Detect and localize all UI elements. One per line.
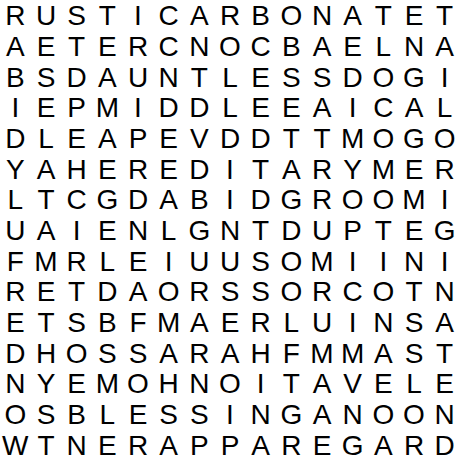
grid-cell[interactable]: D [123,184,154,215]
grid-cell[interactable]: O [368,399,399,430]
grid-cell[interactable]: D [0,123,31,154]
grid-cell[interactable]: I [429,184,460,215]
grid-cell[interactable]: R [184,276,215,307]
grid-cell[interactable]: T [184,61,215,92]
grid-cell[interactable]: E [399,153,430,184]
grid-cell[interactable]: D [92,276,123,307]
grid-cell[interactable]: M [337,337,368,368]
grid-cell[interactable]: R [123,153,154,184]
grid-cell[interactable]: D [215,123,246,154]
grid-cell[interactable]: T [245,215,276,246]
grid-cell[interactable]: G [337,429,368,460]
grid-cell[interactable]: I [0,92,31,123]
grid-cell[interactable]: A [184,307,215,338]
grid-cell[interactable]: R [307,153,338,184]
grid-cell[interactable]: I [215,153,246,184]
grid-cell[interactable]: M [92,92,123,123]
grid-cell[interactable]: I [153,245,184,276]
grid-cell[interactable]: A [368,337,399,368]
grid-cell[interactable]: R [123,429,154,460]
grid-cell[interactable]: T [276,123,307,154]
grid-cell[interactable]: E [153,123,184,154]
grid-cell[interactable]: D [184,153,215,184]
grid-cell[interactable]: B [92,307,123,338]
grid-cell[interactable]: V [184,123,215,154]
grid-cell[interactable]: S [123,337,154,368]
grid-cell[interactable]: I [368,245,399,276]
grid-cell[interactable]: A [429,31,460,62]
grid-cell[interactable]: O [153,276,184,307]
grid-cell[interactable]: G [184,215,215,246]
grid-cell[interactable]: N [184,31,215,62]
grid-cell[interactable]: L [368,31,399,62]
grid-cell[interactable]: O [368,276,399,307]
grid-cell[interactable]: T [368,215,399,246]
grid-cell[interactable]: G [429,215,460,246]
grid-cell[interactable]: L [153,215,184,246]
grid-cell[interactable]: E [245,92,276,123]
grid-cell[interactable]: N [184,368,215,399]
grid-cell[interactable]: L [92,245,123,276]
grid-cell[interactable]: B [184,184,215,215]
grid-cell[interactable]: M [31,245,62,276]
grid-cell[interactable]: L [31,123,62,154]
grid-cell[interactable]: G [276,399,307,430]
grid-cell[interactable]: C [337,276,368,307]
grid-cell[interactable]: I [215,184,246,215]
grid-cell[interactable]: N [153,61,184,92]
grid-cell[interactable]: N [399,245,430,276]
grid-cell[interactable]: O [0,399,31,430]
grid-cell[interactable]: D [153,92,184,123]
grid-cell[interactable]: T [429,0,460,31]
grid-cell[interactable]: A [429,307,460,338]
grid-cell[interactable]: E [276,92,307,123]
grid-cell[interactable]: T [31,429,62,460]
grid-cell[interactable]: O [368,61,399,92]
grid-cell[interactable]: T [307,123,338,154]
grid-cell[interactable]: S [31,61,62,92]
grid-cell[interactable]: H [245,337,276,368]
grid-cell[interactable]: R [276,429,307,460]
grid-cell[interactable]: T [399,276,430,307]
grid-cell[interactable]: A [123,276,154,307]
grid-cell[interactable]: S [92,337,123,368]
grid-cell[interactable]: Y [0,153,31,184]
grid-cell[interactable]: E [245,61,276,92]
grid-cell[interactable]: S [399,337,430,368]
grid-cell[interactable]: E [215,307,246,338]
grid-cell[interactable]: A [0,31,31,62]
grid-cell[interactable]: N [399,31,430,62]
grid-cell[interactable]: C [368,92,399,123]
grid-cell[interactable]: A [153,337,184,368]
grid-cell[interactable]: H [31,337,62,368]
grid-cell[interactable]: U [123,61,154,92]
grid-cell[interactable]: R [307,276,338,307]
grid-cell[interactable]: S [276,61,307,92]
grid-cell[interactable]: V [337,368,368,399]
grid-cell[interactable]: E [153,153,184,184]
grid-cell[interactable]: L [215,61,246,92]
grid-cell[interactable]: P [184,429,215,460]
grid-cell[interactable]: E [429,368,460,399]
grid-cell[interactable]: E [31,276,62,307]
grid-cell[interactable]: N [429,276,460,307]
grid-cell[interactable]: O [123,368,154,399]
grid-cell[interactable]: T [61,276,92,307]
grid-cell[interactable]: R [0,276,31,307]
grid-cell[interactable]: O [215,31,246,62]
grid-cell[interactable]: T [368,0,399,31]
grid-cell[interactable]: E [337,31,368,62]
grid-cell[interactable]: N [337,399,368,430]
grid-cell[interactable]: D [184,92,215,123]
grid-cell[interactable]: R [215,0,246,31]
grid-cell[interactable]: O [276,0,307,31]
grid-cell[interactable]: T [31,184,62,215]
grid-cell[interactable]: A [92,123,123,154]
grid-cell[interactable]: T [245,153,276,184]
grid-cell[interactable]: D [61,61,92,92]
grid-cell[interactable]: R [307,184,338,215]
grid-cell[interactable]: F [276,337,307,368]
grid-cell[interactable]: H [61,153,92,184]
grid-cell[interactable]: T [276,368,307,399]
grid-cell[interactable]: A [307,31,338,62]
grid-cell[interactable]: N [368,307,399,338]
grid-cell[interactable]: N [0,368,31,399]
grid-cell[interactable]: A [31,153,62,184]
grid-cell[interactable]: S [245,245,276,276]
grid-cell[interactable]: D [276,215,307,246]
grid-cell[interactable]: L [399,368,430,399]
grid-cell[interactable]: D [337,61,368,92]
grid-cell[interactable]: M [399,184,430,215]
grid-cell[interactable]: I [215,399,246,430]
grid-cell[interactable]: S [307,61,338,92]
grid-cell[interactable]: E [92,429,123,460]
grid-cell[interactable]: L [429,92,460,123]
grid-cell[interactable]: S [61,307,92,338]
grid-cell[interactable]: G [399,61,430,92]
grid-cell[interactable]: A [153,184,184,215]
grid-cell[interactable]: M [153,307,184,338]
grid-cell[interactable]: E [31,31,62,62]
grid-cell[interactable]: B [245,0,276,31]
grid-cell[interactable]: A [307,368,338,399]
grid-cell[interactable]: O [276,245,307,276]
grid-cell[interactable]: D [0,337,31,368]
grid-cell[interactable]: I [61,215,92,246]
grid-cell[interactable]: I [337,92,368,123]
grid-cell[interactable]: P [337,215,368,246]
grid-cell[interactable]: M [92,368,123,399]
grid-cell[interactable]: B [276,31,307,62]
grid-cell[interactable]: C [153,0,184,31]
grid-cell[interactable]: E [61,123,92,154]
grid-cell[interactable]: E [0,307,31,338]
grid-cell[interactable]: M [337,123,368,154]
grid-cell[interactable]: S [61,0,92,31]
grid-cell[interactable]: U [307,307,338,338]
grid-cell[interactable]: N [61,429,92,460]
grid-cell[interactable]: C [245,31,276,62]
grid-cell[interactable]: A [245,429,276,460]
grid-cell[interactable]: I [123,92,154,123]
grid-cell[interactable]: N [307,0,338,31]
grid-cell[interactable]: M [307,245,338,276]
grid-cell[interactable]: T [429,337,460,368]
grid-cell[interactable]: E [399,0,430,31]
grid-cell[interactable]: H [153,368,184,399]
grid-cell[interactable]: N [123,215,154,246]
grid-cell[interactable]: E [123,399,154,430]
grid-cell[interactable]: U [0,215,31,246]
grid-cell[interactable]: I [429,61,460,92]
grid-cell[interactable]: O [276,276,307,307]
grid-cell[interactable]: A [215,337,246,368]
grid-cell[interactable]: U [215,245,246,276]
grid-cell[interactable]: L [92,399,123,430]
grid-cell[interactable]: E [92,215,123,246]
grid-cell[interactable]: E [123,245,154,276]
grid-cell[interactable]: A [337,0,368,31]
grid-cell[interactable]: I [123,0,154,31]
grid-cell[interactable]: R [61,245,92,276]
grid-cell[interactable]: L [215,92,246,123]
grid-cell[interactable]: A [153,429,184,460]
grid-cell[interactable]: G [276,184,307,215]
grid-cell[interactable]: D [429,429,460,460]
word-search-board: RUSTICARBONATETAETERCNOCBAELNABSDAUNTLES… [0,0,460,460]
grid-cell[interactable]: R [429,153,460,184]
grid-cell[interactable]: O [399,399,430,430]
grid-cell[interactable]: E [61,368,92,399]
grid-cell[interactable]: R [184,337,215,368]
grid-cell[interactable]: E [92,31,123,62]
grid-cell[interactable]: N [429,399,460,430]
grid-cell[interactable]: O [368,184,399,215]
grid-cell[interactable]: E [31,92,62,123]
grid-cell[interactable]: R [245,307,276,338]
grid-cell[interactable]: B [0,61,31,92]
grid-cell[interactable]: U [31,0,62,31]
grid-cell[interactable]: O [368,123,399,154]
grid-cell[interactable]: B [61,399,92,430]
grid-cell[interactable]: W [0,429,31,460]
grid-cell[interactable]: O [337,184,368,215]
grid-cell[interactable]: P [123,123,154,154]
grid-cell[interactable]: P [215,429,246,460]
grid-cell[interactable]: O [61,337,92,368]
grid-cell[interactable]: O [215,368,246,399]
grid-cell[interactable]: U [307,215,338,246]
grid-cell[interactable]: R [123,31,154,62]
grid-cell[interactable]: D [245,123,276,154]
grid-cell[interactable]: A [92,61,123,92]
grid-cell[interactable]: T [92,0,123,31]
grid-cell[interactable]: C [61,184,92,215]
grid-cell[interactable]: L [0,184,31,215]
grid-cell[interactable]: S [399,307,430,338]
grid-cell[interactable]: R [0,0,31,31]
grid-cell[interactable]: P [61,92,92,123]
grid-cell[interactable]: S [245,276,276,307]
grid-cell[interactable]: A [307,92,338,123]
grid-cell[interactable]: F [0,245,31,276]
grid-cell[interactable]: G [92,184,123,215]
grid-cell[interactable]: R [399,429,430,460]
grid-cell[interactable]: N [215,215,246,246]
grid-cell[interactable]: A [399,92,430,123]
grid-cell[interactable]: S [31,399,62,430]
grid-cell[interactable]: O [429,123,460,154]
grid-cell[interactable]: L [276,307,307,338]
grid-cell[interactable]: G [399,123,430,154]
grid-cell[interactable]: D [245,184,276,215]
grid-cell[interactable]: C [153,31,184,62]
grid-cell[interactable]: S [215,276,246,307]
grid-cell[interactable]: I [429,245,460,276]
grid-cell[interactable]: Y [337,153,368,184]
grid-cell[interactable]: A [184,0,215,31]
grid-cell[interactable]: I [337,307,368,338]
grid-cell[interactable]: U [184,245,215,276]
grid-cell[interactable]: N [245,399,276,430]
grid-cell[interactable]: M [368,153,399,184]
grid-cell[interactable]: T [61,31,92,62]
grid-cell[interactable]: S [184,399,215,430]
grid-cell[interactable]: E [399,215,430,246]
grid-cell[interactable]: A [368,429,399,460]
grid-cell[interactable]: E [92,153,123,184]
grid-cell[interactable]: Y [31,368,62,399]
grid-cell[interactable]: A [307,399,338,430]
grid-cell[interactable]: S [153,399,184,430]
grid-cell[interactable]: T [31,307,62,338]
grid-cell[interactable]: E [368,368,399,399]
grid-cell[interactable]: F [123,307,154,338]
grid-cell[interactable]: E [307,429,338,460]
grid-cell[interactable]: A [276,153,307,184]
grid-cell[interactable]: I [245,368,276,399]
grid-cell[interactable]: M [307,337,338,368]
grid-cell[interactable]: A [31,215,62,246]
grid-cell[interactable]: I [337,245,368,276]
